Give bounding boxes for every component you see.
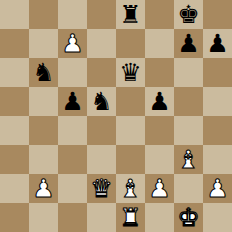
square-c4[interactable] xyxy=(58,116,87,145)
white-pawn-piece[interactable]: ♟ xyxy=(148,174,170,203)
square-a8[interactable] xyxy=(0,0,29,29)
square-g7[interactable]: ♟ xyxy=(174,29,203,58)
black-pawn-piece[interactable]: ♟ xyxy=(206,29,228,58)
square-f6[interactable] xyxy=(145,58,174,87)
square-g1[interactable]: ♚ xyxy=(174,203,203,232)
square-d4[interactable] xyxy=(87,116,116,145)
black-pawn-piece[interactable]: ♟ xyxy=(61,87,83,116)
square-e1[interactable]: ♜ xyxy=(116,203,145,232)
square-h1[interactable] xyxy=(203,203,232,232)
square-h4[interactable] xyxy=(203,116,232,145)
square-b4[interactable] xyxy=(29,116,58,145)
square-c7[interactable]: ♟ xyxy=(58,29,87,58)
square-e6[interactable]: ♛ xyxy=(116,58,145,87)
white-pawn-piece[interactable]: ♟ xyxy=(206,174,228,203)
square-b2[interactable]: ♟ xyxy=(29,174,58,203)
black-knight-piece[interactable]: ♞ xyxy=(32,58,54,87)
square-d1[interactable] xyxy=(87,203,116,232)
square-h3[interactable] xyxy=(203,145,232,174)
square-e2[interactable]: ♝ xyxy=(116,174,145,203)
square-b7[interactable] xyxy=(29,29,58,58)
square-d2[interactable]: ♛ xyxy=(87,174,116,203)
black-pawn-piece[interactable]: ♟ xyxy=(148,87,170,116)
square-e8[interactable]: ♜ xyxy=(116,0,145,29)
square-b8[interactable] xyxy=(29,0,58,29)
white-bishop-piece[interactable]: ♝ xyxy=(119,174,141,203)
square-e3[interactable] xyxy=(116,145,145,174)
square-c1[interactable] xyxy=(58,203,87,232)
square-a3[interactable] xyxy=(0,145,29,174)
square-c3[interactable] xyxy=(58,145,87,174)
black-queen-piece[interactable]: ♛ xyxy=(119,58,141,87)
square-b6[interactable]: ♞ xyxy=(29,58,58,87)
square-a7[interactable] xyxy=(0,29,29,58)
white-pawn-piece[interactable]: ♟ xyxy=(61,29,83,58)
square-a6[interactable] xyxy=(0,58,29,87)
square-g6[interactable] xyxy=(174,58,203,87)
square-f7[interactable] xyxy=(145,29,174,58)
square-e4[interactable] xyxy=(116,116,145,145)
square-f1[interactable] xyxy=(145,203,174,232)
square-f4[interactable] xyxy=(145,116,174,145)
white-rook-piece[interactable]: ♜ xyxy=(119,203,141,232)
square-d5[interactable]: ♞ xyxy=(87,87,116,116)
square-g5[interactable] xyxy=(174,87,203,116)
square-h7[interactable]: ♟ xyxy=(203,29,232,58)
square-g2[interactable] xyxy=(174,174,203,203)
white-bishop-piece[interactable]: ♝ xyxy=(177,145,199,174)
square-b3[interactable] xyxy=(29,145,58,174)
square-c2[interactable] xyxy=(58,174,87,203)
square-e5[interactable] xyxy=(116,87,145,116)
square-f3[interactable] xyxy=(145,145,174,174)
square-g4[interactable] xyxy=(174,116,203,145)
square-f5[interactable]: ♟ xyxy=(145,87,174,116)
square-h6[interactable] xyxy=(203,58,232,87)
square-g3[interactable]: ♝ xyxy=(174,145,203,174)
square-a2[interactable] xyxy=(0,174,29,203)
black-king-piece[interactable]: ♚ xyxy=(177,0,199,29)
black-knight-piece[interactable]: ♞ xyxy=(90,87,112,116)
black-rook-piece[interactable]: ♜ xyxy=(119,0,141,29)
square-b1[interactable] xyxy=(29,203,58,232)
square-h2[interactable]: ♟ xyxy=(203,174,232,203)
square-e7[interactable] xyxy=(116,29,145,58)
square-f8[interactable] xyxy=(145,0,174,29)
square-d6[interactable] xyxy=(87,58,116,87)
white-queen-piece[interactable]: ♛ xyxy=(90,174,112,203)
square-d3[interactable] xyxy=(87,145,116,174)
square-f2[interactable]: ♟ xyxy=(145,174,174,203)
square-h5[interactable] xyxy=(203,87,232,116)
square-d8[interactable] xyxy=(87,0,116,29)
black-pawn-piece[interactable]: ♟ xyxy=(177,29,199,58)
square-c8[interactable] xyxy=(58,0,87,29)
square-a4[interactable] xyxy=(0,116,29,145)
white-pawn-piece[interactable]: ♟ xyxy=(32,174,54,203)
square-a5[interactable] xyxy=(0,87,29,116)
chess-board: ♜♚♟♟♟♞♛♟♞♟♝♟♛♝♟♟♜♚ xyxy=(0,0,232,232)
square-h8[interactable] xyxy=(203,0,232,29)
square-g8[interactable]: ♚ xyxy=(174,0,203,29)
square-c6[interactable] xyxy=(58,58,87,87)
square-b5[interactable] xyxy=(29,87,58,116)
square-d7[interactable] xyxy=(87,29,116,58)
white-king-piece[interactable]: ♚ xyxy=(177,203,199,232)
square-a1[interactable] xyxy=(0,203,29,232)
square-c5[interactable]: ♟ xyxy=(58,87,87,116)
